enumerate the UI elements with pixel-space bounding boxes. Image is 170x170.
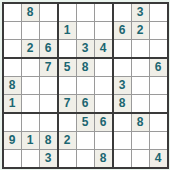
cell-r7c9[interactable] <box>150 114 167 131</box>
cell-r4c8[interactable] <box>132 59 149 76</box>
cell-r4c1[interactable] <box>4 59 21 76</box>
cell-r5c1: 8 <box>4 77 21 94</box>
cell-r6c1: 1 <box>4 95 21 112</box>
cell-r7c3[interactable] <box>40 114 57 131</box>
cell-r5c5[interactable] <box>77 77 94 94</box>
cell-r3c4[interactable] <box>59 40 76 57</box>
cell-r1c8: 3 <box>132 4 149 21</box>
cell-r5c4[interactable] <box>59 77 76 94</box>
cell-r2c9[interactable] <box>150 22 167 39</box>
box-1: 134 <box>59 4 112 57</box>
cell-r2c6[interactable] <box>95 22 112 39</box>
cell-r1c4[interactable] <box>59 4 76 21</box>
cell-r4c7[interactable] <box>114 59 131 76</box>
cell-r4c3: 7 <box>40 59 57 76</box>
cell-r2c4: 1 <box>59 22 76 39</box>
cell-r1c9[interactable] <box>150 4 167 21</box>
cell-r1c3[interactable] <box>40 4 57 21</box>
cell-r3c7[interactable] <box>114 40 131 57</box>
cell-r7c2[interactable] <box>22 114 39 131</box>
cell-r8c4: 2 <box>59 132 76 149</box>
cell-r2c1[interactable] <box>4 22 21 39</box>
cell-r4c4: 5 <box>59 59 76 76</box>
cell-r7c8: 8 <box>132 114 149 131</box>
cell-r8c2: 1 <box>22 132 39 149</box>
cell-r9c3: 3 <box>40 150 57 167</box>
cell-r1c2: 8 <box>22 4 39 21</box>
cell-r4c9: 6 <box>150 59 167 76</box>
cell-r1c6[interactable] <box>95 4 112 21</box>
cell-r6c9[interactable] <box>150 95 167 112</box>
cell-r4c5: 8 <box>77 59 94 76</box>
cell-r5c7: 3 <box>114 77 131 94</box>
cell-r9c5[interactable] <box>77 150 94 167</box>
cell-r9c7[interactable] <box>114 150 131 167</box>
box-2: 362 <box>114 4 167 57</box>
cell-r1c7[interactable] <box>114 4 131 21</box>
cell-r8c8[interactable] <box>132 132 149 149</box>
cell-r7c6: 6 <box>95 114 112 131</box>
box-0: 826 <box>4 4 57 57</box>
cell-r4c6[interactable] <box>95 59 112 76</box>
cell-r8c7[interactable] <box>114 132 131 149</box>
cell-r6c5: 6 <box>77 95 94 112</box>
cell-r8c3: 8 <box>40 132 57 149</box>
cell-r2c5[interactable] <box>77 22 94 39</box>
cell-r8c9[interactable] <box>150 132 167 149</box>
box-3: 781 <box>4 59 57 112</box>
cell-r8c6[interactable] <box>95 132 112 149</box>
page: 82613436278158766389183562884 <box>0 0 170 170</box>
cell-r8c1: 9 <box>4 132 21 149</box>
box-4: 5876 <box>59 59 112 112</box>
cell-r2c7: 6 <box>114 22 131 39</box>
cell-r6c3[interactable] <box>40 95 57 112</box>
cell-r5c3[interactable] <box>40 77 57 94</box>
cell-r9c4[interactable] <box>59 150 76 167</box>
cell-r2c8: 2 <box>132 22 149 39</box>
cell-r6c7: 8 <box>114 95 131 112</box>
cell-r4c2[interactable] <box>22 59 39 76</box>
cell-r5c2[interactable] <box>22 77 39 94</box>
cell-r9c9: 4 <box>150 150 167 167</box>
cell-r7c5: 5 <box>77 114 94 131</box>
cell-r8c5[interactable] <box>77 132 94 149</box>
cell-r3c2: 2 <box>22 40 39 57</box>
sudoku-board: 82613436278158766389183562884 <box>2 2 169 169</box>
box-7: 5628 <box>59 114 112 167</box>
cell-r7c7[interactable] <box>114 114 131 131</box>
cell-r3c5: 3 <box>77 40 94 57</box>
cell-r7c4[interactable] <box>59 114 76 131</box>
cell-r9c8[interactable] <box>132 150 149 167</box>
cell-r2c2[interactable] <box>22 22 39 39</box>
cell-r3c6: 4 <box>95 40 112 57</box>
cell-r6c8[interactable] <box>132 95 149 112</box>
cell-r7c1[interactable] <box>4 114 21 131</box>
cell-r3c3: 6 <box>40 40 57 57</box>
cell-r1c1[interactable] <box>4 4 21 21</box>
cell-r6c2[interactable] <box>22 95 39 112</box>
cell-r6c4: 7 <box>59 95 76 112</box>
cell-r6c6[interactable] <box>95 95 112 112</box>
cell-r3c8[interactable] <box>132 40 149 57</box>
box-5: 638 <box>114 59 167 112</box>
cell-r5c9[interactable] <box>150 77 167 94</box>
cell-r3c9[interactable] <box>150 40 167 57</box>
cell-r9c1[interactable] <box>4 150 21 167</box>
box-6: 9183 <box>4 114 57 167</box>
cell-r1c5[interactable] <box>77 4 94 21</box>
cell-r5c8[interactable] <box>132 77 149 94</box>
cell-r9c6: 8 <box>95 150 112 167</box>
box-8: 84 <box>114 114 167 167</box>
cell-r3c1[interactable] <box>4 40 21 57</box>
cell-r2c3[interactable] <box>40 22 57 39</box>
cell-r9c2[interactable] <box>22 150 39 167</box>
cell-r5c6[interactable] <box>95 77 112 94</box>
